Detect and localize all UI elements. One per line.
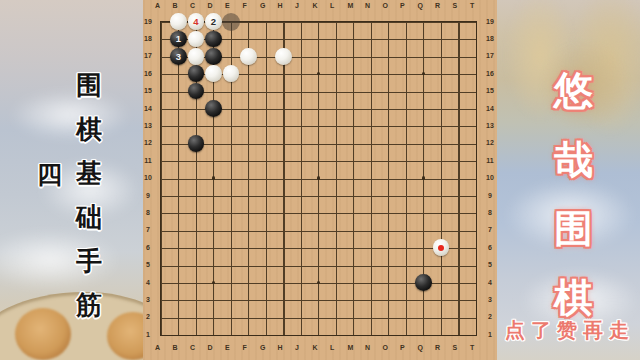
column-label-bottom: D	[208, 343, 213, 353]
series-title-char: 围	[76, 68, 102, 103]
column-label-top: G	[260, 1, 265, 11]
row-label-left: 10	[142, 173, 154, 183]
column-label-top: Q	[418, 1, 423, 11]
column-label-top: T	[470, 1, 474, 11]
column-label-top: H	[278, 1, 283, 11]
cloud-art	[10, 90, 130, 140]
star-point	[317, 176, 320, 179]
move-number-label: 2	[211, 17, 216, 27]
move-number-label: 4	[193, 17, 198, 27]
row-label-right: 8	[484, 208, 496, 218]
row-label-right: 4	[484, 278, 496, 288]
row-label-right: 9	[484, 191, 496, 201]
flower-art	[15, 308, 71, 360]
like-reminder-text: 点了赞再走	[500, 317, 640, 344]
column-label-bottom: P	[400, 343, 405, 353]
row-label-right: 7	[484, 225, 496, 235]
column-label-top: J	[295, 1, 299, 11]
row-label-right: 18	[484, 34, 496, 44]
column-label-top: K	[313, 1, 318, 11]
move-number-label: 3	[176, 52, 181, 62]
column-label-top: L	[330, 1, 334, 11]
row-label-left: 16	[142, 69, 154, 79]
black-stone: 3	[170, 48, 187, 65]
row-label-right: 3	[484, 295, 496, 305]
row-label-right: 12	[484, 138, 496, 148]
go-board-grid: 4213	[161, 22, 476, 335]
column-label-bottom: S	[453, 343, 458, 353]
black-stone	[188, 65, 205, 82]
row-label-left: 8	[142, 208, 154, 218]
column-label-bottom: A	[155, 343, 160, 353]
row-label-right: 1	[484, 330, 496, 340]
column-label-bottom: C	[190, 343, 195, 353]
ghost-stone	[222, 13, 240, 31]
white-stone	[433, 239, 450, 256]
series-title: 围棋基础手筋	[76, 68, 102, 323]
white-stone: 4	[188, 13, 205, 30]
row-label-right: 17	[484, 51, 496, 61]
white-stone	[240, 48, 257, 65]
black-stone	[188, 135, 205, 152]
column-label-top: P	[400, 1, 405, 11]
row-label-left: 13	[142, 121, 154, 131]
row-label-left: 6	[142, 243, 154, 253]
series-title-char: 筋	[76, 288, 102, 323]
row-label-right: 13	[484, 121, 496, 131]
black-stone	[205, 100, 222, 117]
white-stone	[188, 48, 205, 65]
column-label-bottom: H	[278, 343, 283, 353]
row-label-right: 5	[484, 260, 496, 270]
column-label-top: C	[190, 1, 195, 11]
marked-stone-dot	[438, 245, 444, 251]
column-label-bottom: N	[365, 343, 370, 353]
column-label-top: O	[383, 1, 388, 11]
column-label-bottom: J	[295, 343, 299, 353]
star-point	[422, 176, 425, 179]
series-title-char: 棋	[76, 112, 102, 147]
series-title-char: 手	[76, 244, 102, 279]
column-label-bottom: F	[243, 343, 247, 353]
row-label-left: 14	[142, 104, 154, 114]
black-stone: 1	[170, 31, 187, 48]
row-label-left: 5	[142, 260, 154, 270]
white-stone	[275, 48, 292, 65]
black-stone	[205, 48, 222, 65]
row-label-right: 16	[484, 69, 496, 79]
column-label-top: E	[225, 1, 230, 11]
row-label-right: 14	[484, 104, 496, 114]
column-label-bottom: K	[313, 343, 318, 353]
row-label-left: 18	[142, 34, 154, 44]
row-label-right: 15	[484, 86, 496, 96]
row-label-left: 11	[142, 156, 154, 166]
row-label-left: 1	[142, 330, 154, 340]
column-label-bottom: Q	[418, 343, 423, 353]
row-label-left: 2	[142, 312, 154, 322]
channel-title-char: 悠	[554, 64, 593, 118]
channel-title-char: 哉	[554, 133, 593, 187]
board-panel: 4213 AABBCCDDEEFFGGHHJJKKLLMMNNOOPPQQRRS…	[143, 0, 497, 360]
column-label-bottom: L	[330, 343, 334, 353]
row-label-right: 19	[484, 17, 496, 27]
column-label-top: M	[348, 1, 354, 11]
row-label-right: 6	[484, 243, 496, 253]
row-label-left: 3	[142, 295, 154, 305]
column-label-top: R	[435, 1, 440, 11]
black-stone	[415, 274, 432, 291]
episode-number: 四	[37, 158, 62, 191]
column-label-top: B	[173, 1, 178, 11]
column-label-top: N	[365, 1, 370, 11]
row-label-right: 2	[484, 312, 496, 322]
row-label-left: 7	[142, 225, 154, 235]
channel-title: 悠哉围棋	[554, 64, 593, 325]
column-label-top: D	[208, 1, 213, 11]
move-number-label: 1	[176, 34, 181, 44]
row-label-left: 19	[142, 17, 154, 27]
column-label-bottom: T	[470, 343, 474, 353]
row-label-left: 15	[142, 86, 154, 96]
column-label-bottom: R	[435, 343, 440, 353]
white-stone: 2	[205, 13, 222, 30]
channel-title-char: 围	[554, 202, 593, 256]
column-label-bottom: M	[348, 343, 354, 353]
row-label-left: 17	[142, 51, 154, 61]
series-title-char: 基	[76, 156, 102, 191]
series-title-char: 础	[76, 200, 102, 235]
star-point	[212, 176, 215, 179]
white-stone	[170, 13, 187, 30]
column-label-bottom: O	[383, 343, 388, 353]
black-stone	[205, 31, 222, 48]
row-label-right: 11	[484, 156, 496, 166]
column-label-top: S	[453, 1, 458, 11]
row-label-left: 12	[142, 138, 154, 148]
white-stone	[205, 65, 222, 82]
column-label-bottom: B	[173, 343, 178, 353]
column-label-bottom: G	[260, 343, 265, 353]
row-label-right: 10	[484, 173, 496, 183]
column-label-top: F	[243, 1, 247, 11]
column-label-top: A	[155, 1, 160, 11]
column-label-bottom: E	[225, 343, 230, 353]
row-label-left: 9	[142, 191, 154, 201]
row-label-left: 4	[142, 278, 154, 288]
white-stone	[223, 65, 240, 82]
